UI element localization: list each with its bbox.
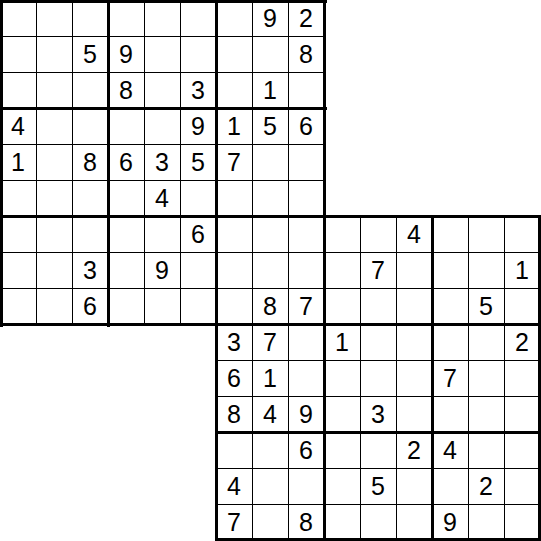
cell-g2-r6c5[interactable]: 3: [360, 396, 396, 432]
gridline: [216, 360, 541, 361]
cell-g2-r1c8[interactable]: [468, 216, 504, 252]
cell-g1-r3c8[interactable]: 1: [252, 72, 288, 108]
cell-g2-r6c1[interactable]: 8: [216, 396, 252, 432]
cell-g2-r5c4[interactable]: [324, 360, 360, 396]
gridline: [107, 0, 110, 327]
cell-g1-r8c3[interactable]: 3: [72, 252, 108, 288]
cell-g2-r5c6[interactable]: [396, 360, 432, 396]
gridline: [0, 180, 325, 181]
cell-g2-r1c7[interactable]: [432, 216, 468, 252]
cell-g2-r6c8[interactable]: [468, 396, 504, 432]
gridline: [215, 431, 541, 434]
cell-g1-r2c2[interactable]: [36, 36, 72, 72]
cell-g2-r7c9[interactable]: [504, 432, 540, 468]
cell-g1-r5c8[interactable]: [252, 144, 288, 180]
cell-g1-r2c4[interactable]: 9: [108, 36, 144, 72]
gridline: [144, 0, 145, 325]
cell-g2-r7c3[interactable]: 6: [288, 432, 324, 468]
cell-g2-r7c5[interactable]: [360, 432, 396, 468]
cell-g1-r8c2[interactable]: [36, 252, 72, 288]
cell-g2-r5c3[interactable]: [288, 360, 324, 396]
cell-g2-r8c9[interactable]: [504, 468, 540, 504]
cell-g1-r2c5[interactable]: [144, 36, 180, 72]
cell-g2-r1c6[interactable]: 4: [396, 216, 432, 252]
cell-g2-r2c9[interactable]: 1: [504, 252, 540, 288]
gridline: [36, 0, 37, 325]
cell-g1-r5c4[interactable]: 6: [108, 144, 144, 180]
gridline: [0, 323, 541, 326]
cell-g2-r9c3[interactable]: 8: [288, 504, 324, 540]
cell-g1-r1c3[interactable]: [72, 0, 108, 36]
cell-g1-r3c4[interactable]: 8: [108, 72, 144, 108]
cell-g2-r4c4[interactable]: 1: [324, 324, 360, 360]
cell-g1-r6c2[interactable]: [36, 180, 72, 216]
cell-g2-r6c2[interactable]: 4: [252, 396, 288, 432]
gridline: [180, 0, 181, 325]
cell-g1-r7c6[interactable]: 6: [180, 216, 216, 252]
cell-g2-r9c6[interactable]: [396, 504, 432, 540]
gridline: [216, 504, 541, 505]
cell-g2-r7c2[interactable]: [252, 432, 288, 468]
cell-g1-r7c4[interactable]: [108, 216, 144, 252]
gridline: [396, 216, 397, 541]
cell-g1-r4c3[interactable]: [72, 108, 108, 144]
gridline: [216, 396, 541, 397]
cell-g2-r2c5[interactable]: 7: [360, 252, 396, 288]
cell-g2-r5c2[interactable]: 1: [252, 360, 288, 396]
cell-g2-r3c7[interactable]: [432, 288, 468, 324]
cell-g1-r3c2[interactable]: [36, 72, 72, 108]
cell-g2-r8c5[interactable]: 5: [360, 468, 396, 504]
cell-g1-r5c9[interactable]: [288, 144, 324, 180]
cell-g2-r8c3[interactable]: [288, 468, 324, 504]
cell-g2-r1c9[interactable]: [504, 216, 540, 252]
cell-g2-r7c7[interactable]: 4: [432, 432, 468, 468]
cell-g1-r5c2[interactable]: [36, 144, 72, 180]
cell-g2-r9c7[interactable]: 9: [432, 504, 468, 540]
gridline: [252, 0, 253, 541]
cell-g2-r4c5[interactable]: [360, 324, 396, 360]
cell-g1-r5c5[interactable]: 3: [144, 144, 180, 180]
cell-g1-r6c5[interactable]: 4: [144, 180, 180, 216]
cell-g2-r4c3[interactable]: [288, 324, 324, 360]
cell-g2-r3c6[interactable]: [396, 288, 432, 324]
cell-g2-r2c8[interactable]: [468, 252, 504, 288]
cell-g2-r4c9[interactable]: 2: [504, 324, 540, 360]
cell-g1-r1c8[interactable]: 9: [252, 0, 288, 36]
cell-g1-r7c7[interactable]: [216, 216, 252, 252]
cell-g1-r1c4[interactable]: [108, 0, 144, 36]
cell-g2-r5c5[interactable]: [360, 360, 396, 396]
cell-g1-r8c1[interactable]: [0, 252, 36, 288]
cell-g1-r4c4[interactable]: [108, 108, 144, 144]
cell-g1-r8c9[interactable]: [288, 252, 324, 288]
gridline: [431, 215, 434, 541]
cell-g1-r9c4[interactable]: [108, 288, 144, 324]
cell-g2-r9c9[interactable]: [504, 504, 540, 540]
cell-g2-r8c8[interactable]: 2: [468, 468, 504, 504]
cell-g1-r5c1[interactable]: 1: [0, 144, 36, 180]
cell-g1-r3c1[interactable]: [0, 72, 36, 108]
gridline: [0, 215, 541, 218]
cell-g1-r3c3[interactable]: [72, 72, 108, 108]
cell-g1-r1c2[interactable]: [36, 0, 72, 36]
cell-g2-r8c2[interactable]: [252, 468, 288, 504]
cell-g2-r5c8[interactable]: [468, 360, 504, 396]
cell-g1-r4c7[interactable]: 1: [216, 108, 252, 144]
gridline: [72, 0, 73, 325]
cell-g2-r4c6[interactable]: [396, 324, 432, 360]
cell-g1-r7c1[interactable]: [0, 216, 36, 252]
cell-g1-r7c8[interactable]: [252, 216, 288, 252]
cell-g2-r9c8[interactable]: [468, 504, 504, 540]
cell-g2-r3c4[interactable]: [324, 288, 360, 324]
cell-g1-r8c7[interactable]: [216, 252, 252, 288]
cell-g1-r2c8[interactable]: [252, 36, 288, 72]
cell-g2-r2c6[interactable]: [396, 252, 432, 288]
cell-g1-r6c1[interactable]: [0, 180, 36, 216]
cell-g1-r2c1[interactable]: [0, 36, 36, 72]
cell-g1-r4c8[interactable]: 5: [252, 108, 288, 144]
cell-g1-r4c5[interactable]: [144, 108, 180, 144]
cell-g1-r1c5[interactable]: [144, 0, 180, 36]
cell-g1-r2c6[interactable]: [180, 36, 216, 72]
gridline: [288, 0, 289, 541]
cell-g1-r8c6[interactable]: [180, 252, 216, 288]
cell-g2-r6c6[interactable]: [396, 396, 432, 432]
cell-g1-r6c3[interactable]: [72, 180, 108, 216]
cell-g1-r9c9[interactable]: 7: [288, 288, 324, 324]
cell-g1-r1c9[interactable]: 2: [288, 0, 324, 36]
cell-g2-r2c7[interactable]: [432, 252, 468, 288]
cell-g2-r4c7[interactable]: [432, 324, 468, 360]
cell-g1-r2c9[interactable]: 8: [288, 36, 324, 72]
cell-g1-r4c2[interactable]: [36, 108, 72, 144]
cell-g2-r4c8[interactable]: [468, 324, 504, 360]
gridline: [504, 216, 505, 541]
gridline: [468, 216, 469, 541]
cell-g2-r3c5[interactable]: [360, 288, 396, 324]
gridline: [0, 144, 325, 145]
cell-g1-r3c9[interactable]: [288, 72, 324, 108]
cell-g2-r1c4[interactable]: [324, 216, 360, 252]
gridline: [0, 0, 327, 3]
cell-g1-r8c8[interactable]: [252, 252, 288, 288]
cell-g2-r9c2[interactable]: [252, 504, 288, 540]
cell-g1-r4c6[interactable]: 9: [180, 108, 216, 144]
cell-g2-r7c4[interactable]: [324, 432, 360, 468]
cell-g1-r2c3[interactable]: 5: [72, 36, 108, 72]
cell-g2-r5c7[interactable]: 7: [432, 360, 468, 396]
gridline: [360, 216, 361, 541]
cell-g2-r8c1[interactable]: 4: [216, 468, 252, 504]
gridline: [216, 468, 541, 469]
cell-g2-r8c6[interactable]: [396, 468, 432, 504]
cell-g1-r9c8[interactable]: 8: [252, 288, 288, 324]
cell-g1-r9c7[interactable]: [216, 288, 252, 324]
cell-g1-r3c5[interactable]: [144, 72, 180, 108]
cell-g1-r7c9[interactable]: [288, 216, 324, 252]
cell-g2-r3c8[interactable]: 5: [468, 288, 504, 324]
cell-g1-r9c5[interactable]: [144, 288, 180, 324]
cell-g2-r6c3[interactable]: 9: [288, 396, 324, 432]
cell-g1-r5c7[interactable]: 7: [216, 144, 252, 180]
cell-g1-r6c7[interactable]: [216, 180, 252, 216]
cell-g1-r9c1[interactable]: [0, 288, 36, 324]
gridline: [0, 36, 325, 37]
cell-g1-r8c5[interactable]: 9: [144, 252, 180, 288]
cell-g2-r7c6[interactable]: 2: [396, 432, 432, 468]
cell-g1-r9c6[interactable]: [180, 288, 216, 324]
gridline: [215, 0, 218, 541]
cell-g2-r3c9[interactable]: [504, 288, 540, 324]
cell-g1-r9c3[interactable]: 6: [72, 288, 108, 324]
cell-g1-r4c9[interactable]: 6: [288, 108, 324, 144]
cell-g2-r4c1[interactable]: 3: [216, 324, 252, 360]
cell-g2-r7c8[interactable]: [468, 432, 504, 468]
cell-g2-r4c2[interactable]: 7: [252, 324, 288, 360]
cell-g2-r9c1[interactable]: 7: [216, 504, 252, 540]
cell-g2-r5c1[interactable]: 6: [216, 360, 252, 396]
cell-g1-r1c7[interactable]: [216, 0, 252, 36]
cell-g2-r9c5[interactable]: [360, 504, 396, 540]
puzzle-board: 9259883149156186357463968747153712617849…: [0, 0, 541, 541]
gridline: [0, 288, 541, 289]
cell-g2-r2c4[interactable]: [324, 252, 360, 288]
cell-g2-r6c4[interactable]: [324, 396, 360, 432]
cell-g1-r6c6[interactable]: [180, 180, 216, 216]
cell-g1-r7c3[interactable]: [72, 216, 108, 252]
cell-g2-r6c9[interactable]: [504, 396, 540, 432]
cell-g1-r2c7[interactable]: [216, 36, 252, 72]
cell-g1-r6c9[interactable]: [288, 180, 324, 216]
cell-g1-r5c3[interactable]: 8: [72, 144, 108, 180]
cell-g1-r7c5[interactable]: [144, 216, 180, 252]
cell-g2-r9c4[interactable]: [324, 504, 360, 540]
cell-g1-r3c6[interactable]: 3: [180, 72, 216, 108]
cell-g2-r5c9[interactable]: [504, 360, 540, 396]
cell-g1-r7c2[interactable]: [36, 216, 72, 252]
gridline: [0, 252, 541, 253]
cell-g1-r4c1[interactable]: 4: [0, 108, 36, 144]
cell-g1-r8c4[interactable]: [108, 252, 144, 288]
cell-g1-r6c8[interactable]: [252, 180, 288, 216]
cell-g2-r7c1[interactable]: [216, 432, 252, 468]
cell-g1-r1c6[interactable]: [180, 0, 216, 36]
cell-g2-r8c4[interactable]: [324, 468, 360, 504]
cell-g1-r6c4[interactable]: [108, 180, 144, 216]
cell-g2-r6c7[interactable]: [432, 396, 468, 432]
cell-g1-r3c7[interactable]: [216, 72, 252, 108]
cell-g2-r1c5[interactable]: [360, 216, 396, 252]
cell-g1-r5c6[interactable]: 5: [180, 144, 216, 180]
cell-g1-r1c1[interactable]: [0, 0, 36, 36]
cell-g2-r8c7[interactable]: [432, 468, 468, 504]
cell-g1-r9c2[interactable]: [36, 288, 72, 324]
gridline: [0, 0, 3, 327]
gridline: [0, 72, 325, 73]
gridline: [0, 107, 327, 110]
gridline: [323, 0, 326, 541]
